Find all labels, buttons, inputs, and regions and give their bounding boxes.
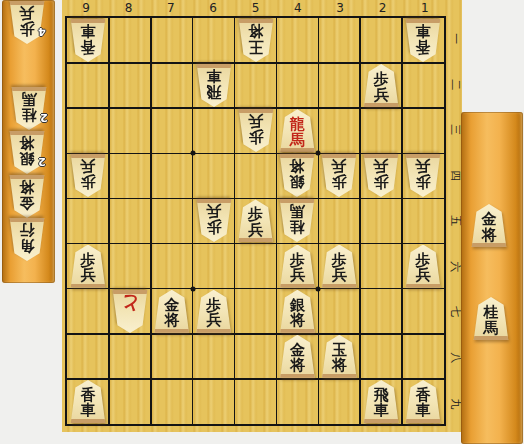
file-labels: 987654321 bbox=[65, 0, 446, 16]
shogi-piece-と[interactable]: と bbox=[112, 290, 148, 333]
board-cell-7六[interactable] bbox=[151, 244, 193, 289]
piece-kanji: 歩兵 bbox=[81, 253, 96, 284]
rank-label-1: 一 bbox=[432, 32, 478, 46]
board-cell-7二[interactable] bbox=[151, 63, 193, 108]
shogi-board-block: 987654321 香車王将香車飛車歩兵歩兵龍馬歩兵銀将歩兵歩兵歩兵歩兵歩兵桂馬… bbox=[62, 0, 462, 432]
board-cell-3五[interactable] bbox=[318, 198, 360, 243]
shogi-app: 歩兵4桂馬2銀将2金将角行 987654321 香車王将香車飛車歩兵歩兵龍馬歩兵… bbox=[0, 0, 524, 444]
piece-kanji: 歩兵 bbox=[81, 158, 96, 189]
sente-hand-tray: 金将桂馬 bbox=[461, 112, 523, 444]
piece-kanji: 香車 bbox=[416, 388, 431, 419]
file-label-9: 9 bbox=[65, 0, 107, 16]
piece-kanji: 金将 bbox=[164, 298, 179, 329]
board-cell-6八[interactable] bbox=[193, 334, 235, 379]
shogi-piece-歩兵[interactable]: 歩兵 bbox=[70, 245, 106, 288]
board-cell-3三[interactable] bbox=[318, 108, 360, 153]
shogi-piece-香車[interactable]: 香車 bbox=[70, 19, 106, 62]
board-cell-8三[interactable] bbox=[109, 108, 151, 153]
board-cell-7九[interactable] bbox=[151, 379, 193, 424]
piece-kanji: 歩兵 bbox=[416, 253, 431, 284]
piece-kanji: 香車 bbox=[81, 388, 96, 419]
board-cell-7八[interactable] bbox=[151, 334, 193, 379]
board-cell-4九[interactable] bbox=[276, 379, 318, 424]
hand-count-桂馬: 2 bbox=[40, 111, 48, 124]
board-cell-9五[interactable] bbox=[67, 198, 109, 243]
board-cell-9三[interactable] bbox=[67, 108, 109, 153]
piece-kanji: 歩兵 bbox=[248, 207, 263, 238]
shogi-piece-歩兵[interactable]: 歩兵 bbox=[279, 245, 315, 288]
file-label-2: 2 bbox=[361, 0, 403, 16]
board-cell-2七[interactable] bbox=[360, 289, 402, 334]
file-label-4: 4 bbox=[277, 0, 319, 16]
board-cell-6四[interactable] bbox=[193, 153, 235, 198]
shogi-piece-銀将[interactable]: 銀将 bbox=[279, 154, 315, 197]
shogi-piece-歩兵[interactable]: 歩兵 bbox=[363, 64, 399, 107]
board-cell-7五[interactable] bbox=[151, 198, 193, 243]
piece-kanji: 歩兵 bbox=[206, 298, 221, 329]
piece-kanji: 銀将 bbox=[20, 135, 35, 166]
hand-count-銀将: 2 bbox=[38, 155, 46, 168]
shogi-piece-王将[interactable]: 王将 bbox=[238, 19, 274, 62]
file-label-8: 8 bbox=[107, 0, 149, 16]
piece-kanji: 王将 bbox=[248, 23, 263, 54]
board-cell-7四[interactable] bbox=[151, 153, 193, 198]
shogi-piece-歩兵[interactable]: 歩兵 bbox=[238, 199, 274, 242]
board-cell-2六[interactable] bbox=[360, 244, 402, 289]
shogi-piece-銀将[interactable]: 銀将 bbox=[279, 290, 315, 333]
board-cell-3一[interactable] bbox=[318, 18, 360, 63]
board-cell-2五[interactable] bbox=[360, 198, 402, 243]
board-cell-9二[interactable] bbox=[67, 63, 109, 108]
board-cell-5二[interactable] bbox=[235, 63, 277, 108]
shogi-piece-玉将[interactable]: 玉将 bbox=[321, 335, 357, 378]
shogi-piece-歩兵[interactable]: 歩兵 bbox=[238, 109, 274, 152]
piece-kanji: 歩兵 bbox=[290, 253, 305, 284]
piece-kanji: 銀将 bbox=[290, 298, 305, 329]
piece-kanji: 歩兵 bbox=[332, 158, 347, 189]
board-cell-8六[interactable] bbox=[109, 244, 151, 289]
board-cell-9七[interactable] bbox=[67, 289, 109, 334]
board-cell-8九[interactable] bbox=[109, 379, 151, 424]
piece-kanji: 龍馬 bbox=[290, 117, 305, 148]
board-cell-2一[interactable] bbox=[360, 18, 402, 63]
hand-piece-桂馬[interactable]: 桂馬 bbox=[473, 297, 509, 340]
board-cell-8四[interactable] bbox=[109, 153, 151, 198]
shogi-piece-龍馬[interactable]: 龍馬 bbox=[279, 109, 315, 152]
file-label-5: 5 bbox=[234, 0, 276, 16]
board-cell-2八[interactable] bbox=[360, 334, 402, 379]
hand-piece-角行[interactable]: 角行 bbox=[9, 218, 45, 261]
shogi-piece-歩兵[interactable]: 歩兵 bbox=[70, 154, 106, 197]
board-cell-7一[interactable] bbox=[151, 18, 193, 63]
shogi-piece-金将[interactable]: 金将 bbox=[279, 335, 315, 378]
shogi-piece-歩兵[interactable]: 歩兵 bbox=[363, 154, 399, 197]
piece-kanji: 歩兵 bbox=[20, 5, 35, 36]
piece-kanji: 香車 bbox=[81, 23, 96, 54]
board-cell-9八[interactable] bbox=[67, 334, 109, 379]
board-cell-3七[interactable] bbox=[318, 289, 360, 334]
hand-count-歩兵: 4 bbox=[38, 25, 46, 38]
piece-kanji: 玉将 bbox=[332, 343, 347, 374]
file-label-1: 1 bbox=[404, 0, 446, 16]
shogi-piece-歩兵[interactable]: 歩兵 bbox=[321, 245, 357, 288]
shogi-piece-歩兵[interactable]: 歩兵 bbox=[196, 199, 232, 242]
board-cell-5八[interactable] bbox=[235, 334, 277, 379]
piece-kanji: 金将 bbox=[482, 212, 497, 243]
shogi-piece-香車[interactable]: 香車 bbox=[70, 380, 106, 423]
board-cell-8八[interactable] bbox=[109, 334, 151, 379]
piece-kanji: 歩兵 bbox=[206, 203, 221, 234]
board-cell-6六[interactable] bbox=[193, 244, 235, 289]
shogi-piece-飛車[interactable]: 飛車 bbox=[196, 64, 232, 107]
piece-kanji: 桂馬 bbox=[484, 305, 499, 336]
board-cell-3二[interactable] bbox=[318, 63, 360, 108]
board-cell-5四[interactable] bbox=[235, 153, 277, 198]
piece-kanji: 銀将 bbox=[290, 158, 305, 189]
shogi-piece-金将[interactable]: 金将 bbox=[154, 290, 190, 333]
board-cell-5七[interactable] bbox=[235, 289, 277, 334]
board-cell-6三[interactable] bbox=[193, 108, 235, 153]
piece-kanji: 飛車 bbox=[206, 68, 221, 99]
piece-kanji: 歩兵 bbox=[416, 158, 431, 189]
piece-kanji: と bbox=[120, 294, 139, 314]
piece-kanji: 歩兵 bbox=[374, 72, 389, 103]
shogi-piece-歩兵[interactable]: 歩兵 bbox=[321, 154, 357, 197]
file-label-7: 7 bbox=[150, 0, 192, 16]
hand-piece-金将[interactable]: 金将 bbox=[9, 175, 45, 218]
file-label-3: 3 bbox=[319, 0, 361, 16]
shogi-piece-歩兵[interactable]: 歩兵 bbox=[196, 290, 232, 333]
rank-label-2: 二 bbox=[432, 77, 478, 91]
piece-kanji: 角行 bbox=[20, 222, 35, 253]
gote-hand-tray: 歩兵4桂馬2銀将2金将角行 bbox=[2, 0, 55, 283]
board-cell-8二[interactable] bbox=[109, 63, 151, 108]
board-cell-6九[interactable] bbox=[193, 379, 235, 424]
hand-piece-金将[interactable]: 金将 bbox=[471, 204, 507, 247]
piece-kanji: 金将 bbox=[290, 343, 305, 374]
shogi-piece-飛車[interactable]: 飛車 bbox=[363, 380, 399, 423]
piece-kanji: 歩兵 bbox=[374, 158, 389, 189]
board-cell-4二[interactable] bbox=[276, 63, 318, 108]
board-cell-5六[interactable] bbox=[235, 244, 277, 289]
board-cell-3九[interactable] bbox=[318, 379, 360, 424]
board-cell-2三[interactable] bbox=[360, 108, 402, 153]
shogi-piece-桂馬[interactable]: 桂馬 bbox=[279, 199, 315, 242]
board-cell-5九[interactable] bbox=[235, 379, 277, 424]
piece-kanji: 歩兵 bbox=[332, 253, 347, 284]
board-cell-8五[interactable] bbox=[109, 198, 151, 243]
piece-kanji: 金将 bbox=[20, 179, 35, 210]
file-label-6: 6 bbox=[192, 0, 234, 16]
shogi-board[interactable]: 香車王将香車飛車歩兵歩兵龍馬歩兵銀将歩兵歩兵歩兵歩兵歩兵桂馬歩兵歩兵歩兵歩兵と金… bbox=[65, 16, 446, 426]
rank-labels: 一二三四五六七八九 bbox=[448, 16, 462, 426]
piece-kanji: 歩兵 bbox=[248, 113, 263, 144]
board-cell-8一[interactable] bbox=[109, 18, 151, 63]
board-cell-4一[interactable] bbox=[276, 18, 318, 63]
piece-kanji: 桂馬 bbox=[290, 203, 305, 234]
piece-kanji: 桂馬 bbox=[22, 91, 37, 122]
board-cell-6一[interactable] bbox=[193, 18, 235, 63]
board-cell-7三[interactable] bbox=[151, 108, 193, 153]
piece-kanji: 香車 bbox=[416, 23, 431, 54]
piece-kanji: 飛車 bbox=[374, 388, 389, 419]
